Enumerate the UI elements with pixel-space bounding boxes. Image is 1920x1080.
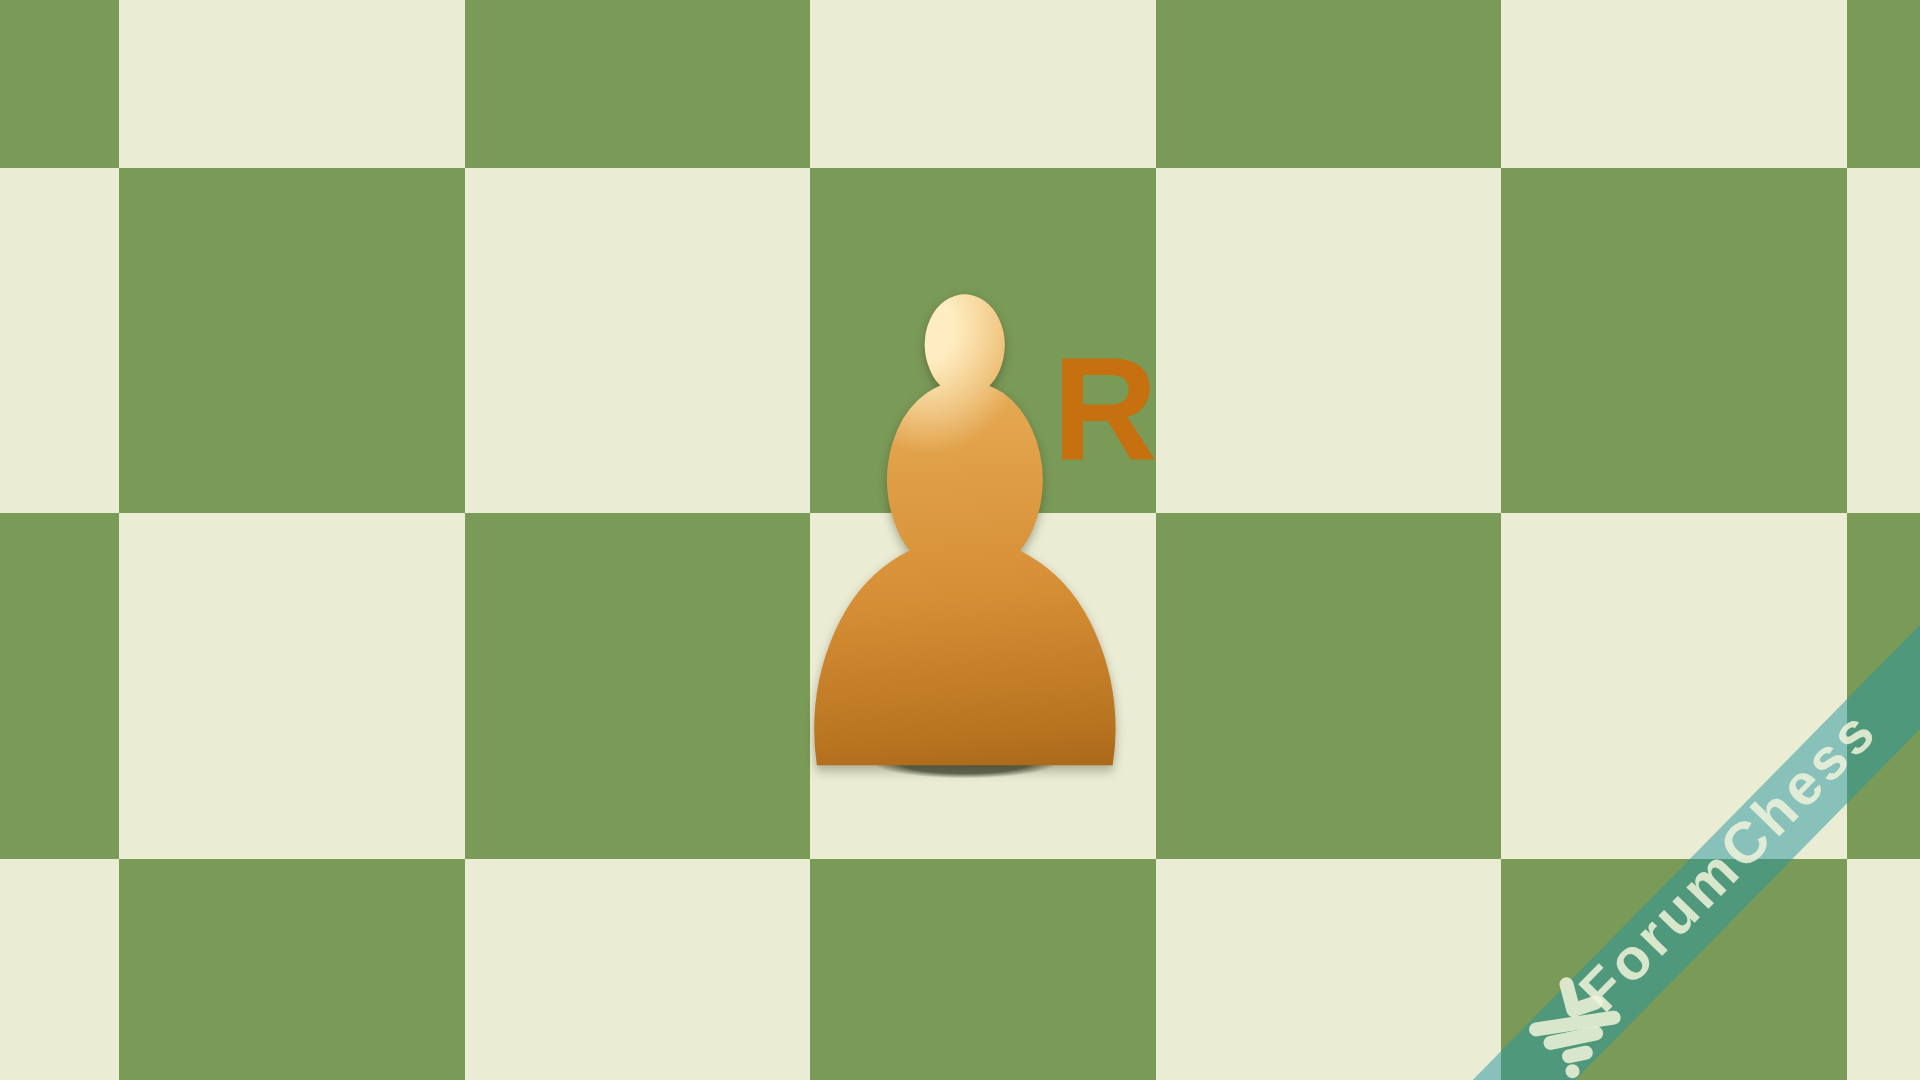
board-square[interactable]	[1847, 168, 1920, 514]
logo-dot	[1565, 1064, 1579, 1078]
board-square[interactable]	[1501, 168, 1847, 514]
white-pawn[interactable]: ♟	[739, 219, 1190, 864]
board-square[interactable]	[119, 859, 465, 1080]
logo-bar-short	[1569, 1053, 1586, 1057]
board-square[interactable]	[465, 0, 811, 168]
board-square[interactable]	[1156, 513, 1502, 859]
board-square[interactable]	[810, 0, 1156, 168]
board-square[interactable]	[0, 513, 119, 859]
board-square[interactable]	[1156, 168, 1502, 514]
board-square[interactable]	[1156, 859, 1502, 1080]
board-square[interactable]	[119, 0, 465, 168]
chessboard-viewport: ♟ R ForumChess	[0, 0, 1920, 1080]
board-square[interactable]	[0, 168, 119, 514]
logo-bar-medium	[1550, 1033, 1596, 1043]
board-square[interactable]	[1847, 0, 1920, 168]
board-square[interactable]	[0, 859, 119, 1080]
board-square[interactable]	[1501, 0, 1847, 168]
board-square[interactable]	[1847, 859, 1920, 1080]
forumchess-logo-icon	[1528, 972, 1624, 1078]
promotion-annotation-r: R	[1052, 336, 1157, 482]
board-square[interactable]	[119, 513, 465, 859]
board-square[interactable]	[1156, 0, 1502, 168]
logo-chevron	[1567, 983, 1597, 1010]
logo-bar-long	[1536, 1018, 1614, 1030]
board-square[interactable]	[119, 168, 465, 514]
board-square[interactable]	[0, 0, 119, 168]
